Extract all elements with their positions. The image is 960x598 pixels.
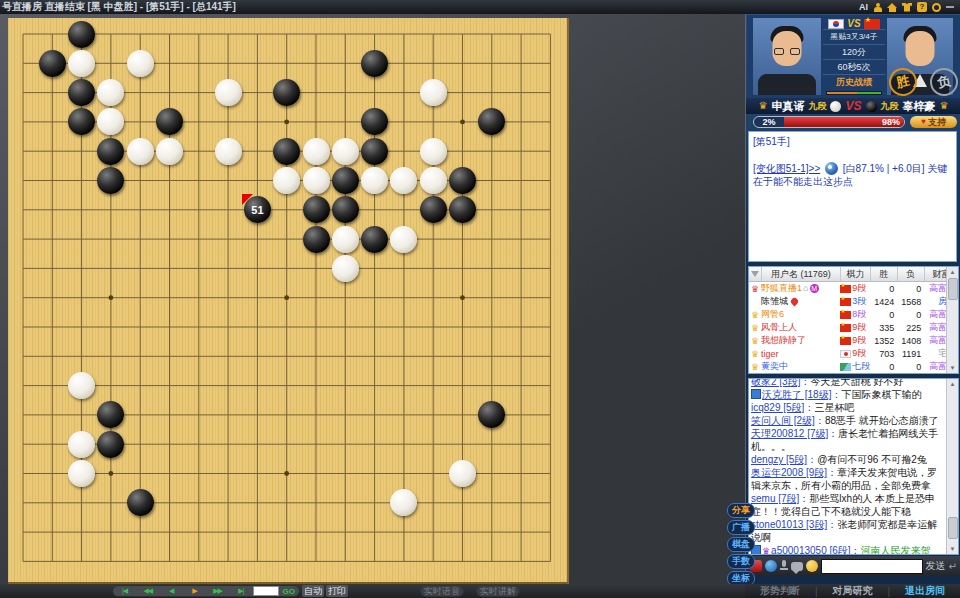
commentary-panel: [第51手] [变化图51-1]>> [白87.1% | +6.0目] 关键在于… xyxy=(748,131,957,262)
ai-ball-icon xyxy=(825,162,838,175)
col-username[interactable]: 用户名 (11769) xyxy=(762,267,841,281)
chat-message: 奥运年2008 [9段]：章泽天发来贺电说，罗辑来京东，所有小霸的用品，全部免费… xyxy=(751,466,945,492)
user-losses: 0 xyxy=(897,284,924,294)
user-rank: 9段 xyxy=(840,321,870,334)
china-flag-icon xyxy=(864,19,880,29)
cn-flag-icon xyxy=(840,285,851,293)
history-record-bar xyxy=(826,91,882,95)
vs-label: VS xyxy=(847,18,860,29)
stone-black xyxy=(68,21,95,48)
go-board[interactable]: 51 xyxy=(8,18,569,584)
table-row[interactable]: ♛风骨上人9段335225高富帅 xyxy=(749,321,958,334)
minimize-icon[interactable] xyxy=(946,6,954,8)
scroll-thumb[interactable] xyxy=(948,517,958,539)
chat-panel: 敬家2 [3段]：今天是大甜桃 好不好沃克胜了 [18级]：下国际象棋下输的ic… xyxy=(748,378,959,555)
player-info-box: 负 胜 VS 黑贴3又3/4子 120分 60秒5次 历史战绩 xyxy=(747,15,960,98)
footer-button-对局研究[interactable]: 对局研究 xyxy=(832,584,872,598)
chat-user-link[interactable]: dengzy [5段] xyxy=(751,454,807,465)
user-list-table: 用户名 (11769) 棋力 胜 负 财富 ♛野狐直播1⌂M9段00高富帅陈雏城… xyxy=(748,266,959,374)
flags-row: VS xyxy=(823,18,885,29)
member-box-icon xyxy=(751,389,761,399)
crown-icon: ♛ xyxy=(749,362,761,372)
help-icon[interactable]: ? xyxy=(917,2,927,12)
support-button[interactable]: ♥ 支持 xyxy=(910,116,957,128)
scroll-down-icon[interactable]: ▼ xyxy=(947,544,958,554)
main-time-info: 120分 xyxy=(823,44,885,59)
voice-channel-icon[interactable] xyxy=(765,560,777,572)
user-wins: 0 xyxy=(870,284,897,294)
player-face xyxy=(906,31,935,66)
player-name-bar: ♛ 申真谞 九段 VS 九段 辜梓豪 ♛ xyxy=(746,98,960,114)
chat-user-link[interactable]: 奥运年2008 [9段] xyxy=(751,467,827,478)
chat-separator: ： xyxy=(804,402,814,413)
table-row[interactable]: 陈雏城3段14241568房权 xyxy=(749,295,958,308)
chat-separator: ： xyxy=(828,428,838,439)
user-losses: 1408 xyxy=(897,336,924,346)
col-rank[interactable]: 棋力 xyxy=(841,267,871,281)
playback-controls: |◀◀◀◀▶▶▶▶|GO xyxy=(112,585,300,597)
chat-message: dengzy [5段]：@有问不可96 不可撸2兔 xyxy=(751,453,945,466)
live-commentary-button[interactable]: 实时讲解 xyxy=(476,585,520,597)
shirt-icon[interactable] xyxy=(902,3,912,12)
crown-icon: ♛ xyxy=(749,323,761,333)
chat-message: stone01013 [3段]：张老师阿宽都是幸运解说啊 xyxy=(751,518,945,544)
stone-white xyxy=(68,460,95,487)
stone-white xyxy=(420,167,447,194)
playback-button-2[interactable]: ◀ xyxy=(160,587,183,595)
user-losses: 0 xyxy=(897,310,924,320)
board-pane: 51 分享广播棋盘手数坐标放大 xyxy=(0,14,745,584)
chat-message: ♛a500013050 [6段]：河南人民发来贺电！！！！ xyxy=(751,544,945,555)
emoji-icon[interactable] xyxy=(806,560,818,572)
chat-scrollbar[interactable]: ▲ ▼ xyxy=(946,379,958,554)
stone-black xyxy=(332,196,359,223)
user-losses: 225 xyxy=(897,323,924,333)
stone-white xyxy=(332,138,359,165)
user-rank: 七段 xyxy=(840,360,870,373)
stone-black xyxy=(361,50,388,77)
user-wins: 335 xyxy=(870,323,897,333)
table-row[interactable]: ♛黄奕中七段00高富帅 xyxy=(749,360,958,373)
move-header: [第51手] xyxy=(753,135,952,148)
black-player-name: 辜梓豪 xyxy=(903,99,936,114)
location-pin-icon xyxy=(790,297,800,307)
chat-text: @有问不可96 不可撸2兔 xyxy=(817,454,927,465)
app-window: 号直播房 直播结束 [黑 中盘胜] - [第51手] - [总141手] AI … xyxy=(0,0,960,598)
col-wins[interactable]: 胜 xyxy=(871,267,898,281)
glasses xyxy=(774,48,800,55)
crown-icon: ♛ xyxy=(749,336,761,346)
room-footer: 形势判断|对局研究|退出房间 xyxy=(745,584,960,598)
stone-black xyxy=(68,79,95,106)
playback-button-0[interactable]: |◀ xyxy=(113,587,136,595)
tool-button-棋盘[interactable]: 棋盘 xyxy=(727,537,755,552)
stone-white xyxy=(127,138,154,165)
stone-white xyxy=(156,138,183,165)
stone-black xyxy=(303,226,330,253)
microphone-icon[interactable] xyxy=(780,560,788,572)
stone-black xyxy=(361,138,388,165)
window-title: 号直播房 直播结束 [黑 中盘胜] - [第51手] - [总141手] xyxy=(0,0,236,14)
live-voice-button[interactable]: 实时语音 xyxy=(420,585,464,597)
scroll-up-icon[interactable]: ▲ xyxy=(947,267,958,277)
chat-message: 天理200812 [7级]：唐长老忙着掐网线关手机。。。 xyxy=(751,427,945,453)
chat-separator: ： xyxy=(815,415,825,426)
chat-input-bar: 发送 ↵ xyxy=(746,556,960,576)
stone-black xyxy=(420,196,447,223)
history-green-segment xyxy=(857,92,881,94)
titlebar-icons: AI ? xyxy=(859,2,960,12)
stone-white xyxy=(68,431,95,458)
chat-user-link[interactable]: 沃克胜了 [18级] xyxy=(762,389,831,400)
stone-black xyxy=(303,196,330,223)
chat-message: 笑问人间 [2级]：88恶手 就开始心态崩溃了 xyxy=(751,414,945,427)
person-icon[interactable] xyxy=(873,3,882,12)
chat-separator: ： xyxy=(831,389,841,400)
stone-white xyxy=(303,138,330,165)
tool-button-广播[interactable]: 广播 xyxy=(727,520,755,535)
user-wins: 0 xyxy=(870,362,897,372)
user-rank: 9段 xyxy=(840,334,870,347)
chat-separator: ： xyxy=(799,493,809,504)
user-wins: 1352 xyxy=(870,336,897,346)
crown-icon: ♛ xyxy=(749,349,761,359)
stone-white xyxy=(390,226,417,253)
stone-black xyxy=(127,489,154,516)
chat-user-link[interactable]: 笑问人间 [2级] xyxy=(751,415,815,426)
user-name: 风骨上人 xyxy=(761,321,840,334)
footer-divider: | xyxy=(887,586,890,597)
white-player-name: 申真谞 xyxy=(771,99,804,114)
chat-separator: ： xyxy=(827,519,837,530)
stone-white xyxy=(215,138,242,165)
chat-message: semu [7段]：那些骂lxh的人 本质上是恐申症！！觉得自己下不稳就没人能下… xyxy=(751,492,945,518)
crown-icon: ♛ xyxy=(749,284,761,294)
chat-separator: ： xyxy=(827,467,837,478)
stone-white xyxy=(332,226,359,253)
chat-input[interactable] xyxy=(821,559,923,574)
stone-black xyxy=(39,50,66,77)
crown-icon: ♛ xyxy=(940,101,949,111)
chat-text: 三星杯吧 xyxy=(814,402,854,413)
home-icon[interactable] xyxy=(887,3,897,12)
stone-white xyxy=(273,167,300,194)
footer-divider: | xyxy=(815,586,818,597)
stone-white xyxy=(303,167,330,194)
stone-black xyxy=(449,167,476,194)
chat-user-link[interactable]: 天理200812 [7级] xyxy=(751,428,828,439)
stone-black xyxy=(97,138,124,165)
chat-message: icq829 [5段]：三星杯吧 xyxy=(751,401,945,414)
playback-button-5[interactable]: ▶| xyxy=(229,587,252,595)
user-name: 我想静静了 xyxy=(761,334,840,347)
variation-link[interactable]: [变化图51-1]>> xyxy=(753,163,820,174)
scroll-thumb[interactable] xyxy=(948,278,958,300)
chat-text: 下国际象棋下输的 xyxy=(841,389,921,400)
stone-black xyxy=(273,138,300,165)
col-losses[interactable]: 负 xyxy=(898,267,925,281)
stone-black xyxy=(361,226,388,253)
chat-message: 沃克胜了 [18级]：下国际象棋下输的 xyxy=(751,388,945,401)
user-rank: 9段 xyxy=(840,347,870,360)
user-losses: 1191 xyxy=(897,349,924,359)
chat-user-link[interactable]: semu [7段] xyxy=(751,493,799,504)
white-player-photo xyxy=(753,18,821,95)
house-icon: ⌂ xyxy=(803,284,808,293)
footer-button-形势判断[interactable]: 形势判断 xyxy=(760,584,800,598)
chat-user-link[interactable]: icq829 [5段] xyxy=(751,402,804,413)
winrate-row: 2% 98% ♥ 支持 xyxy=(746,115,960,129)
user-name: tiger xyxy=(761,349,840,359)
bottom-toolbar: |◀◀◀◀▶▶▶▶|GO 自动 打印 实时语音 实时讲解 形势判断|对局研究|退… xyxy=(0,584,960,598)
chat-text: 今天是大甜桃 好不好 xyxy=(810,378,903,387)
chat-user-link[interactable]: a500013050 [6段] xyxy=(771,545,851,555)
scroll-down-icon[interactable]: ▼ xyxy=(947,363,958,373)
stone-black xyxy=(332,167,359,194)
chat-separator: ： xyxy=(851,545,861,555)
stone-white xyxy=(68,372,95,399)
white-player-rank: 九段 xyxy=(808,100,826,113)
ai-icon[interactable]: AI xyxy=(859,2,868,12)
komi-info: 黑贴3又3/4子 xyxy=(823,29,885,44)
playback-button-1[interactable]: ◀◀ xyxy=(136,587,159,595)
user-name: 黄奕中 xyxy=(761,360,840,373)
pro-flag-icon xyxy=(840,363,851,371)
cn-flag-icon xyxy=(840,311,851,319)
footer-button-退出房间[interactable]: 退出房间 xyxy=(905,584,945,598)
user-rank: 8段 xyxy=(840,308,870,321)
history-orange-segment xyxy=(827,92,857,94)
user-name: 陈雏城 xyxy=(761,295,840,308)
black-winrate: 98% xyxy=(784,117,904,127)
player-suit xyxy=(758,74,816,95)
playback-button-4[interactable]: ▶▶ xyxy=(206,587,229,595)
right-panel: 负 胜 VS 黑贴3又3/4子 120分 60秒5次 历史战绩 xyxy=(745,14,960,584)
black-stone-icon xyxy=(866,101,877,112)
crown-icon: ♛ xyxy=(759,101,768,111)
chat-user-link[interactable]: stone01013 [3段] xyxy=(751,519,827,530)
table-row[interactable]: ♛网管68段00高富帅 xyxy=(749,308,958,321)
chat-user-link[interactable]: 敬家2 [3段] xyxy=(751,378,800,387)
user-name: 网管6 xyxy=(761,308,840,321)
cn-flag-icon xyxy=(840,324,851,332)
speech-bubble-icon[interactable] xyxy=(791,562,803,571)
auto-button[interactable]: 自动 xyxy=(302,585,324,597)
titlebar: 号直播房 直播结束 [黑 中盘胜] - [第51手] - [总141手] AI … xyxy=(0,0,960,14)
stone-white xyxy=(361,167,388,194)
playback-button-3[interactable]: ▶ xyxy=(183,587,206,595)
chat-message: 敬家2 [3段]：今天是大甜桃 好不好 xyxy=(751,378,945,388)
user-rank: 3段 xyxy=(840,295,870,308)
black-player-rank: 九段 xyxy=(881,100,899,113)
user-wins: 703 xyxy=(870,349,897,359)
crown-icon: ♛ xyxy=(749,310,761,320)
match-info-column: VS 黑贴3又3/4子 120分 60秒5次 历史战绩 xyxy=(823,18,885,95)
send-button[interactable]: 发送 xyxy=(926,559,946,573)
user-losses: 1568 xyxy=(897,297,924,307)
stone-white xyxy=(127,50,154,77)
stone-white xyxy=(68,50,95,77)
print-button[interactable]: 打印 xyxy=(326,585,348,597)
last-move-marker xyxy=(242,194,253,205)
white-stone-icon xyxy=(830,101,841,112)
analysis-paragraph: [变化图51-1]>> [白87.1% | +6.0目] 关键在于能不能走出这步… xyxy=(753,162,952,188)
user-name: 野狐直播1⌂M xyxy=(761,282,840,295)
jp-flag-icon xyxy=(840,350,851,358)
go-button[interactable]: GO xyxy=(279,587,299,596)
byoyomi-info: 60秒5次 xyxy=(823,59,885,74)
stone-black: 51 xyxy=(244,196,271,223)
history-record-button[interactable]: 历史战绩 xyxy=(823,74,885,89)
vs-label: VS xyxy=(845,99,861,113)
gear-icon[interactable] xyxy=(932,3,941,12)
move-number-input[interactable] xyxy=(253,586,279,596)
chat-separator: ： xyxy=(800,378,810,387)
tool-button-分享[interactable]: 分享 xyxy=(727,503,755,518)
user-table-header: 用户名 (11769) 棋力 胜 负 财富 xyxy=(749,267,958,282)
table-row[interactable]: ♛tiger9段7031191宅男 xyxy=(749,347,958,360)
white-winrate: 2% xyxy=(754,117,784,127)
stone-white xyxy=(332,255,359,282)
user-rank: 9段 xyxy=(840,282,870,295)
chat-text: 88恶手 就开始心态崩溃了 xyxy=(825,415,939,426)
stone-white xyxy=(215,79,242,106)
user-losses: 0 xyxy=(897,362,924,372)
stone-white xyxy=(420,79,447,106)
support-label: 支持 xyxy=(928,116,946,129)
chat-separator: ： xyxy=(807,454,817,465)
korea-flag-icon xyxy=(828,19,844,29)
stone-white xyxy=(449,460,476,487)
user-table-body: ♛野狐直播1⌂M9段00高富帅陈雏城3段14241568房权♛网管68段00高富… xyxy=(749,282,958,373)
chat-messages: 敬家2 [3段]：今天是大甜桃 好不好沃克胜了 [18级]：下国际象棋下输的ic… xyxy=(751,378,945,555)
table-row[interactable]: ♛野狐直播1⌂M9段00高富帅 xyxy=(749,282,958,295)
user-wins: 0 xyxy=(870,310,897,320)
member-badge-icon: M xyxy=(810,284,819,293)
cn-flag-icon xyxy=(840,298,851,306)
tool-button-手数[interactable]: 手数 xyxy=(727,554,755,569)
stone-black xyxy=(97,431,124,458)
user-wins: 1424 xyxy=(870,297,897,307)
enter-icon[interactable]: ↵ xyxy=(949,561,957,572)
scroll-up-icon[interactable]: ▲ xyxy=(947,379,958,389)
stone-white xyxy=(420,138,447,165)
cn-flag-icon xyxy=(840,337,851,345)
table-scrollbar[interactable]: ▲ ▼ xyxy=(946,267,958,373)
vip-crown-icon: ♛ xyxy=(762,546,770,555)
winrate-bar: 2% 98% xyxy=(753,116,905,128)
heart-icon: ♥ xyxy=(921,118,926,126)
table-row[interactable]: ♛我想静静了9段13521408高富帅 xyxy=(749,334,958,347)
filter-icon[interactable] xyxy=(749,267,762,281)
